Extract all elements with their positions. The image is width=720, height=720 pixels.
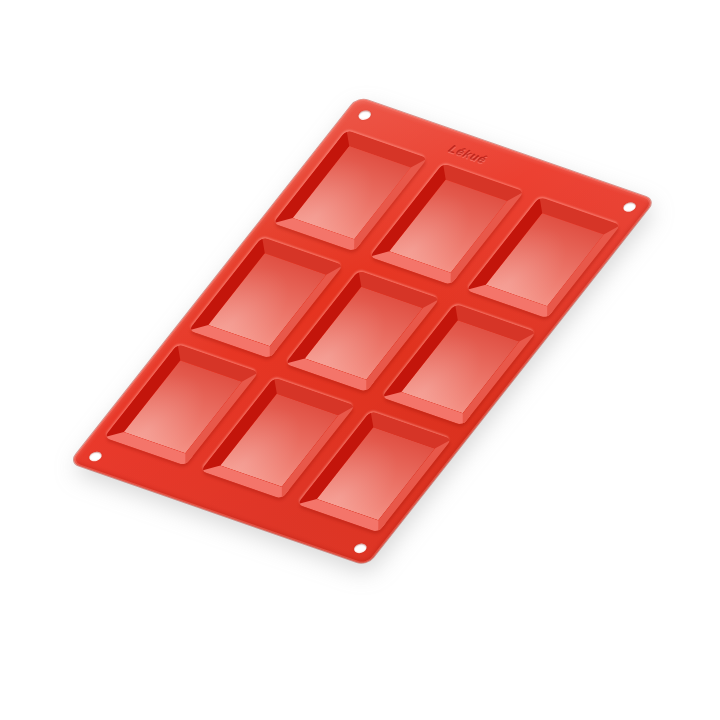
cavity-grid bbox=[104, 130, 621, 533]
brand-embossed-logo: Lékué bbox=[446, 143, 491, 167]
silicone-mold: Lékué bbox=[70, 97, 655, 565]
corner-hole bbox=[87, 450, 104, 462]
photo-stage: Lékué bbox=[0, 0, 720, 720]
corner-hole bbox=[621, 200, 638, 212]
product-photo: { "scene": { "type": "product-photo", "b… bbox=[0, 0, 720, 720]
corner-hole bbox=[356, 108, 373, 120]
corner-hole bbox=[352, 542, 369, 554]
